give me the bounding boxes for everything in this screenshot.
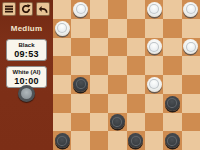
white-piece[interactable] [55, 21, 70, 36]
board-square-e2 [127, 113, 145, 132]
board-square-b3 [71, 94, 89, 113]
board-square-d5 [108, 56, 126, 75]
menu-icon [4, 4, 14, 14]
board-square-h1 [182, 131, 200, 150]
board-square-f5 [145, 56, 163, 75]
board-square-d4[interactable] [108, 75, 126, 94]
white-piece[interactable] [73, 2, 88, 17]
board-square-b1 [71, 131, 89, 150]
board-square-b4[interactable] [71, 75, 89, 94]
board-square-a7[interactable] [53, 19, 71, 38]
board-square-b7 [71, 19, 89, 38]
black-piece[interactable] [128, 133, 143, 148]
board-square-b8[interactable] [71, 0, 89, 19]
board-square-f6[interactable] [145, 38, 163, 57]
board-square-f7 [145, 19, 163, 38]
board-square-a4 [53, 75, 71, 94]
board-square-d3 [108, 94, 126, 113]
board-square-g3[interactable] [163, 94, 181, 113]
board-square-a1[interactable] [53, 131, 71, 150]
board-square-b2[interactable] [71, 113, 89, 132]
board-square-h2[interactable] [182, 113, 200, 132]
board-square-a8 [53, 0, 71, 19]
board-square-g4 [163, 75, 181, 94]
board-square-d8[interactable] [108, 0, 126, 19]
board-square-e8 [127, 0, 145, 19]
board-square-c2 [90, 113, 108, 132]
board-square-h4[interactable] [182, 75, 200, 94]
board-square-a6 [53, 38, 71, 57]
board-square-h8[interactable] [182, 0, 200, 19]
restart-button[interactable] [19, 2, 33, 16]
white-clock-label: White (AI) [7, 69, 46, 76]
board-square-h3 [182, 94, 200, 113]
white-piece[interactable] [147, 39, 162, 54]
white-piece[interactable] [147, 2, 162, 17]
board-square-e1[interactable] [127, 131, 145, 150]
black-clock-panel: Black 09:53 [6, 39, 47, 61]
board-square-a2 [53, 113, 71, 132]
board-square-f2[interactable] [145, 113, 163, 132]
board-square-a5[interactable] [53, 56, 71, 75]
sidebar: Medium Black 09:53 White (AI) 10:00 [0, 0, 53, 150]
board-square-c5[interactable] [90, 56, 108, 75]
black-piece[interactable] [110, 114, 125, 129]
board-square-f8[interactable] [145, 0, 163, 19]
white-piece[interactable] [183, 39, 198, 54]
restart-icon [21, 4, 31, 14]
board-square-f4[interactable] [145, 75, 163, 94]
black-piece[interactable] [165, 133, 180, 148]
board-square-g5[interactable] [163, 56, 181, 75]
board-square-c6 [90, 38, 108, 57]
menu-button[interactable] [2, 2, 16, 16]
board-square-c7[interactable] [90, 19, 108, 38]
black-piece[interactable] [55, 133, 70, 148]
board-square-g7[interactable] [163, 19, 181, 38]
board-square-g6 [163, 38, 181, 57]
white-piece[interactable] [183, 2, 198, 17]
board-square-h7 [182, 19, 200, 38]
board-square-f3 [145, 94, 163, 113]
board-square-g8 [163, 0, 181, 19]
board-square-d1 [108, 131, 126, 150]
board-square-h5 [182, 56, 200, 75]
board-square-g2 [163, 113, 181, 132]
board-square-b6[interactable] [71, 38, 89, 57]
board-square-g1[interactable] [163, 131, 181, 150]
black-clock-time: 09:53 [7, 49, 46, 59]
board-square-e4 [127, 75, 145, 94]
board-square-c1[interactable] [90, 131, 108, 150]
difficulty-label: Medium [0, 24, 53, 33]
board-square-c4 [90, 75, 108, 94]
board-square-d7 [108, 19, 126, 38]
black-clock-label: Black [7, 42, 46, 49]
board-square-h6[interactable] [182, 38, 200, 57]
checkers-board [53, 0, 200, 150]
board-square-c8 [90, 0, 108, 19]
board-square-c3[interactable] [90, 94, 108, 113]
undo-button[interactable] [36, 2, 50, 16]
black-piece[interactable] [73, 77, 88, 92]
white-piece[interactable] [147, 77, 162, 92]
board-square-b5 [71, 56, 89, 75]
board-square-e7[interactable] [127, 19, 145, 38]
board-square-e5[interactable] [127, 56, 145, 75]
toolbar [0, 0, 53, 16]
board-square-e6 [127, 38, 145, 57]
checkers-app: Medium Black 09:53 White (AI) 10:00 [0, 0, 200, 150]
undo-icon [38, 4, 48, 14]
turn-indicator-piece [18, 85, 35, 102]
board-square-e3[interactable] [127, 94, 145, 113]
board-square-d2[interactable] [108, 113, 126, 132]
black-piece[interactable] [165, 96, 180, 111]
board-square-d6[interactable] [108, 38, 126, 57]
board-square-f1 [145, 131, 163, 150]
board-square-a3[interactable] [53, 94, 71, 113]
